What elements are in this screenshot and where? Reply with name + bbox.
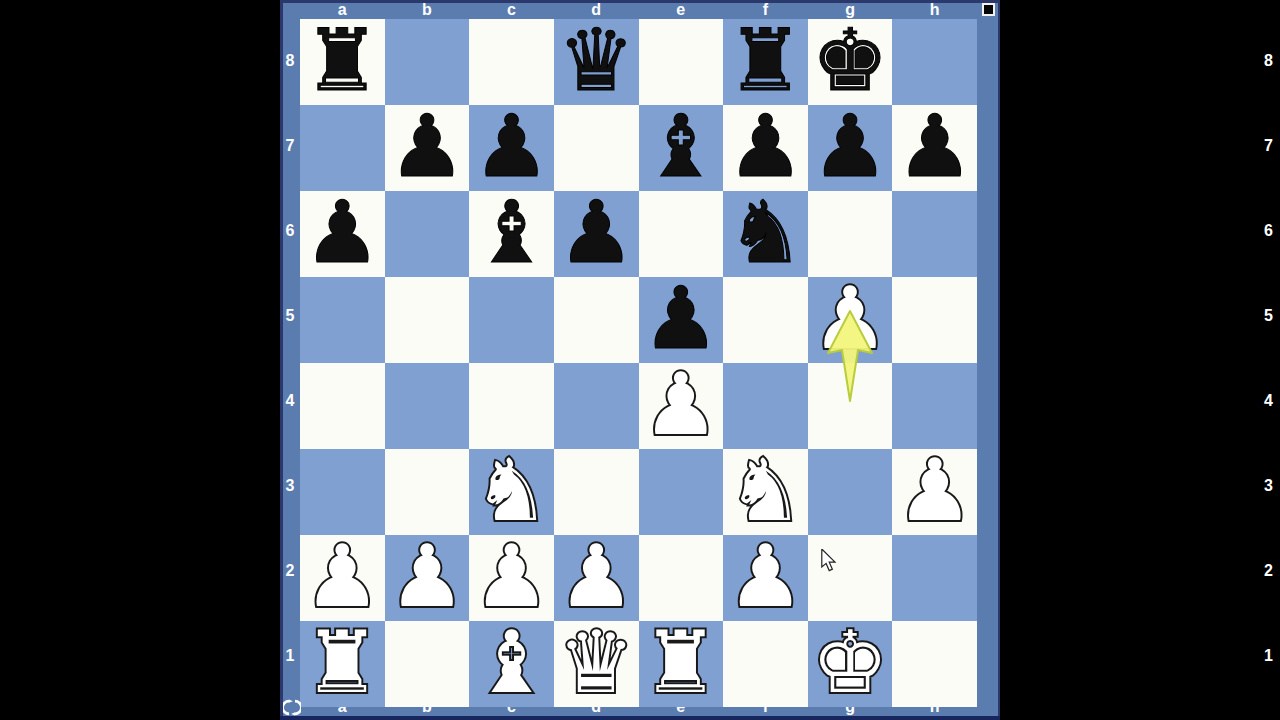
rank-label-4: 4 [1257,359,1280,444]
square-d2[interactable]: ♟ [554,535,639,621]
file-label-c: c [469,0,554,19]
square-d3[interactable] [554,449,639,535]
piece-black-pawn: ♟ [473,103,550,189]
square-h4[interactable] [892,363,977,449]
rank-label-8: 8 [1257,19,1280,104]
square-g6[interactable] [808,191,893,277]
piece-white-knight: ♞ [727,447,804,533]
rank-label-5: 5 [280,274,300,359]
piece-white-pawn: ♟ [304,533,381,619]
piece-white-pawn: ♟ [473,533,550,619]
square-c8[interactable] [469,19,554,105]
piece-white-bishop: ♝ [473,619,550,705]
piece-white-pawn: ♟ [727,533,804,619]
square-b7[interactable]: ♟ [385,105,470,191]
square-h6[interactable] [892,191,977,277]
rank-label-6: 6 [1257,189,1280,274]
rank-labels-right: 87654321 [1257,19,1280,698]
piece-black-knight: ♞ [727,189,804,275]
piece-black-bishop: ♝ [473,189,550,275]
square-h1[interactable] [892,621,977,707]
square-f4[interactable] [723,363,808,449]
square-c5[interactable] [469,277,554,363]
flip-board-icon[interactable] [283,699,301,716]
square-a6[interactable]: ♟ [300,191,385,277]
piece-white-queen: ♛ [558,619,635,705]
square-f8[interactable]: ♜ [723,19,808,105]
piece-black-pawn: ♟ [388,103,465,189]
square-b3[interactable] [385,449,470,535]
piece-white-pawn: ♟ [642,361,719,447]
square-b2[interactable]: ♟ [385,535,470,621]
square-g7[interactable]: ♟ [808,105,893,191]
square-a5[interactable] [300,277,385,363]
piece-black-pawn: ♟ [812,103,889,189]
file-label-e: e [639,0,724,19]
square-c4[interactable] [469,363,554,449]
square-b1[interactable] [385,621,470,707]
piece-black-pawn: ♟ [304,189,381,275]
board-frame-edge-right [998,0,1000,720]
square-h3[interactable]: ♟ [892,449,977,535]
square-e7[interactable]: ♝ [639,105,724,191]
square-h8[interactable] [892,19,977,105]
square-f1[interactable] [723,621,808,707]
rank-label-6: 6 [280,189,300,274]
piece-black-pawn: ♟ [642,275,719,361]
square-h5[interactable] [892,277,977,363]
square-h7[interactable]: ♟ [892,105,977,191]
square-g4[interactable] [808,363,893,449]
square-b5[interactable] [385,277,470,363]
chess-board: abcdefgh abcdefgh 87654321 87654321 ♜♛♜♚… [280,0,1000,720]
piece-white-pawn: ♟ [388,533,465,619]
piece-black-queen: ♛ [558,17,635,103]
rank-label-1: 1 [280,613,300,698]
piece-black-king: ♚ [812,17,889,103]
square-e1[interactable]: ♜ [639,621,724,707]
rank-labels-left: 87654321 [280,19,300,698]
square-f5[interactable] [723,277,808,363]
piece-white-knight: ♞ [473,447,550,533]
square-e8[interactable] [639,19,724,105]
square-a3[interactable] [300,449,385,535]
piece-white-rook: ♜ [642,619,719,705]
rank-label-2: 2 [1257,528,1280,613]
piece-white-king: ♚ [812,619,889,705]
board-frame-edge-bottom [280,716,1000,720]
square-d1[interactable]: ♛ [554,621,639,707]
square-d7[interactable] [554,105,639,191]
square-f2[interactable]: ♟ [723,535,808,621]
square-a7[interactable] [300,105,385,191]
piece-black-rook: ♜ [727,17,804,103]
square-f3[interactable]: ♞ [723,449,808,535]
square-c2[interactable]: ♟ [469,535,554,621]
rank-label-3: 3 [280,443,300,528]
square-d6[interactable]: ♟ [554,191,639,277]
square-c7[interactable]: ♟ [469,105,554,191]
rank-label-7: 7 [280,104,300,189]
piece-black-pawn: ♟ [558,189,635,275]
square-g3[interactable] [808,449,893,535]
file-label-b: b [385,0,470,19]
square-g2[interactable] [808,535,893,621]
square-b6[interactable] [385,191,470,277]
square-e5[interactable]: ♟ [639,277,724,363]
piece-white-pawn: ♟ [896,447,973,533]
square-c3[interactable]: ♞ [469,449,554,535]
piece-white-rook: ♜ [304,619,381,705]
piece-black-pawn: ♟ [896,103,973,189]
square-a4[interactable] [300,363,385,449]
piece-black-rook: ♜ [304,17,381,103]
rank-label-8: 8 [280,19,300,104]
square-g1[interactable]: ♚ [808,621,893,707]
square-e2[interactable] [639,535,724,621]
square-g8[interactable]: ♚ [808,19,893,105]
rank-label-3: 3 [1257,443,1280,528]
square-g5[interactable]: ♟ [808,277,893,363]
square-e4[interactable]: ♟ [639,363,724,449]
square-b8[interactable] [385,19,470,105]
square-e3[interactable] [639,449,724,535]
square-a2[interactable]: ♟ [300,535,385,621]
piece-black-pawn: ♟ [727,103,804,189]
square-a8[interactable]: ♜ [300,19,385,105]
square-c1[interactable]: ♝ [469,621,554,707]
square-d5[interactable] [554,277,639,363]
corner-square-marker-icon [982,3,995,16]
rank-label-5: 5 [1257,274,1280,359]
square-f6[interactable]: ♞ [723,191,808,277]
square-c6[interactable]: ♝ [469,191,554,277]
rank-label-7: 7 [1257,104,1280,189]
square-d8[interactable]: ♛ [554,19,639,105]
square-e6[interactable] [639,191,724,277]
square-f7[interactable]: ♟ [723,105,808,191]
square-h2[interactable] [892,535,977,621]
piece-white-pawn: ♟ [812,275,889,361]
rank-label-4: 4 [280,359,300,444]
piece-black-bishop: ♝ [642,103,719,189]
rank-label-1: 1 [1257,613,1280,698]
square-d4[interactable] [554,363,639,449]
square-b4[interactable] [385,363,470,449]
square-a1[interactable]: ♜ [300,621,385,707]
board-squares-grid: ♜♛♜♚♟♟♝♟♟♟♟♝♟♞♟♟♟♞♞♟♟♟♟♟♟♜♝♛♜♚ [300,19,977,698]
rank-label-2: 2 [280,528,300,613]
file-label-h: h [892,0,977,19]
piece-white-pawn: ♟ [558,533,635,619]
